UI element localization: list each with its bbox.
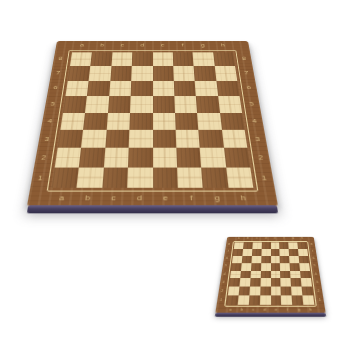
file-label-bottom-a: a — [229, 308, 232, 311]
square-f7 — [173, 66, 195, 81]
square-d2 — [260, 287, 271, 296]
rank-label-right-7: 7 — [244, 71, 249, 76]
board-playing-area-large — [47, 50, 258, 191]
square-b5 — [85, 96, 109, 112]
rank-label-left-2: 2 — [41, 155, 47, 161]
square-d4 — [129, 113, 152, 130]
file-label-top-e: e — [274, 238, 276, 240]
file-label-bottom-c: c — [252, 308, 254, 311]
square-e8 — [153, 52, 174, 66]
square-a5 — [63, 96, 87, 112]
file-label-top-c: c — [121, 43, 125, 47]
file-label-top-a: a — [238, 238, 240, 240]
square-f1 — [281, 296, 292, 305]
file-label-bottom-b: b — [241, 308, 243, 311]
rank-label-left-5: 5 — [225, 265, 227, 268]
rank-label-left-6: 6 — [53, 86, 58, 91]
square-h2 — [302, 287, 314, 296]
rank-label-right-3: 3 — [255, 136, 260, 142]
file-label-top-g: g — [201, 43, 205, 47]
rank-label-right-5: 5 — [249, 101, 254, 106]
square-b1 — [238, 296, 250, 305]
square-e6 — [153, 81, 175, 96]
square-a1 — [51, 167, 79, 188]
board-side-edge-large — [27, 205, 278, 213]
file-label-top-d: d — [265, 238, 267, 240]
square-c7 — [252, 249, 262, 256]
square-d3 — [129, 130, 153, 148]
square-g7 — [194, 66, 216, 81]
square-e7 — [271, 249, 280, 256]
rank-label-right-4: 4 — [315, 273, 317, 276]
rank-label-left-8: 8 — [58, 56, 63, 61]
square-f1 — [177, 167, 203, 188]
square-g6 — [195, 81, 218, 96]
square-c3 — [105, 130, 129, 148]
square-g4 — [197, 113, 221, 130]
square-f8 — [173, 52, 194, 66]
file-label-bottom-e: e — [163, 195, 168, 202]
square-c4 — [106, 113, 130, 130]
board-side-edge-small — [215, 313, 325, 317]
rank-label-right-3: 3 — [316, 281, 318, 284]
square-d7 — [261, 249, 270, 256]
file-label-bottom-a: a — [59, 195, 65, 202]
file-label-bottom-f: f — [287, 308, 288, 311]
square-g3 — [199, 130, 224, 148]
square-c5 — [108, 96, 131, 112]
rank-label-right-1: 1 — [319, 299, 322, 302]
rank-label-left-1: 1 — [220, 299, 223, 302]
square-e4 — [153, 113, 176, 130]
square-a8 — [70, 52, 92, 66]
chessboard-large: aabbccddeeffgghh8877665544332211 — [27, 41, 278, 206]
square-d3 — [260, 278, 270, 286]
rank-label-left-5: 5 — [50, 101, 55, 106]
product-image-canvas: aabbccddeeffgghh8877665544332211 aabbccd… — [0, 0, 350, 350]
rank-label-right-2: 2 — [317, 290, 320, 293]
rank-label-right-1: 1 — [261, 175, 267, 182]
square-f3 — [176, 130, 200, 148]
square-h3 — [222, 130, 248, 148]
rank-label-left-3: 3 — [44, 136, 49, 142]
square-d5 — [261, 263, 271, 271]
square-e7 — [153, 66, 174, 81]
square-e4 — [271, 271, 281, 279]
square-c7 — [110, 66, 132, 81]
square-h5 — [218, 96, 242, 112]
square-h2 — [224, 148, 251, 167]
rank-label-right-6: 6 — [247, 86, 252, 91]
square-f5 — [280, 263, 290, 271]
file-label-top-c: c — [256, 238, 258, 240]
square-d5 — [130, 96, 152, 112]
file-label-bottom-g: g — [298, 308, 300, 311]
board-grid-small — [227, 242, 315, 304]
square-h5 — [299, 263, 310, 271]
file-label-bottom-h: h — [240, 195, 246, 202]
file-label-top-e: e — [161, 43, 165, 47]
file-label-bottom-e: e — [275, 308, 277, 311]
rank-label-right-4: 4 — [252, 118, 257, 124]
square-d8 — [132, 52, 153, 66]
square-h4 — [300, 271, 311, 279]
square-b4 — [83, 113, 107, 130]
board-frame-large: aabbccddeeffgghh8877665544332211 — [27, 41, 278, 206]
square-b2 — [238, 287, 249, 296]
square-f2 — [176, 148, 201, 167]
square-c1 — [102, 167, 128, 188]
file-label-top-h: h — [221, 43, 225, 47]
square-a4 — [60, 113, 85, 130]
square-e2 — [271, 287, 282, 296]
rank-label-right-2: 2 — [258, 155, 264, 161]
square-g5 — [196, 96, 220, 112]
square-g2 — [200, 148, 226, 167]
file-label-bottom-d: d — [264, 308, 266, 311]
square-b6 — [242, 256, 252, 263]
square-f5 — [174, 96, 197, 112]
file-label-bottom-f: f — [190, 195, 193, 202]
square-f4 — [175, 113, 199, 130]
square-c1 — [249, 296, 260, 305]
square-d6 — [261, 256, 271, 263]
square-g1 — [201, 167, 228, 188]
chessboard-thumbnail[interactable]: aabbccddeeffgghh8877665544332211 — [215, 237, 326, 314]
file-label-top-b: b — [100, 43, 104, 47]
file-label-bottom-b: b — [85, 195, 90, 202]
square-h6 — [299, 256, 309, 263]
square-h4 — [220, 113, 245, 130]
file-label-bottom-h: h — [309, 308, 312, 311]
square-c4 — [250, 271, 260, 279]
rank-label-left-2: 2 — [221, 290, 224, 293]
rank-label-left-6: 6 — [226, 258, 228, 261]
square-e5 — [271, 263, 281, 271]
square-c2 — [104, 148, 129, 167]
square-e3 — [153, 130, 177, 148]
square-f6 — [280, 256, 290, 263]
square-h6 — [216, 81, 240, 96]
file-label-top-h: h — [301, 238, 303, 240]
square-c3 — [250, 278, 261, 286]
file-label-bottom-g: g — [215, 195, 220, 202]
square-e1 — [153, 167, 178, 188]
square-f6 — [174, 81, 196, 96]
square-b8 — [90, 52, 112, 66]
square-a3 — [57, 130, 83, 148]
rank-label-left-4: 4 — [224, 273, 226, 276]
square-c8 — [111, 52, 132, 66]
square-f7 — [280, 249, 290, 256]
board-playing-area-small — [224, 241, 317, 307]
board-grid-large — [51, 52, 253, 188]
file-label-top-b: b — [247, 238, 249, 240]
square-b6 — [87, 81, 110, 96]
square-h3 — [301, 278, 312, 286]
rank-label-left-8: 8 — [228, 244, 230, 246]
rank-label-right-6: 6 — [313, 258, 315, 261]
file-label-bottom-d: d — [137, 195, 142, 202]
file-label-top-f: f — [182, 43, 184, 47]
file-label-top-a: a — [80, 43, 84, 47]
square-c6 — [109, 81, 131, 96]
rank-label-right-7: 7 — [312, 251, 314, 253]
file-label-top-d: d — [141, 43, 145, 47]
square-h7 — [298, 249, 308, 256]
square-d4 — [260, 271, 270, 279]
square-e5 — [153, 96, 175, 112]
square-h7 — [215, 66, 238, 81]
square-d1 — [127, 167, 152, 188]
square-c5 — [251, 263, 261, 271]
rank-label-right-8: 8 — [242, 56, 247, 61]
file-label-bottom-c: c — [111, 195, 116, 202]
board-frame-small: aabbccddeeffgghh8877665544332211 — [215, 237, 326, 314]
square-e6 — [271, 256, 281, 263]
file-label-top-g: g — [292, 238, 294, 240]
square-e2 — [153, 148, 177, 167]
rank-label-left-4: 4 — [47, 118, 52, 124]
square-d2 — [128, 148, 153, 167]
square-b3 — [239, 278, 250, 286]
square-b7 — [242, 249, 252, 256]
square-e1 — [271, 296, 282, 305]
rank-label-right-5: 5 — [314, 265, 316, 268]
square-b5 — [241, 263, 251, 271]
square-c6 — [251, 256, 261, 263]
square-c2 — [249, 287, 260, 296]
file-label-top-f: f — [284, 238, 285, 240]
square-b1 — [77, 167, 104, 188]
square-g8 — [193, 52, 215, 66]
square-e3 — [271, 278, 281, 286]
square-f3 — [281, 278, 292, 286]
rank-label-left-7: 7 — [227, 251, 229, 253]
square-h1 — [303, 296, 315, 305]
rank-label-right-8: 8 — [311, 244, 313, 246]
square-d1 — [260, 296, 271, 305]
square-f2 — [281, 287, 292, 296]
square-b3 — [81, 130, 106, 148]
rank-label-left-7: 7 — [56, 71, 61, 76]
rank-label-left-1: 1 — [37, 175, 43, 182]
square-a7 — [68, 66, 91, 81]
square-a6 — [65, 81, 89, 96]
square-f4 — [280, 271, 290, 279]
square-h1 — [226, 167, 254, 188]
square-b2 — [79, 148, 105, 167]
square-d6 — [131, 81, 153, 96]
square-b7 — [89, 66, 111, 81]
square-b4 — [240, 271, 251, 279]
square-h8 — [213, 52, 235, 66]
rank-label-left-3: 3 — [222, 281, 224, 284]
square-a2 — [55, 148, 82, 167]
square-d7 — [131, 66, 152, 81]
